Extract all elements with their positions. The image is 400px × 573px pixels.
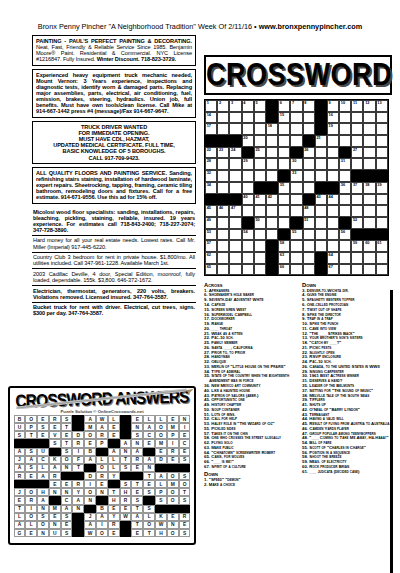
puzzle-cell: [339, 240, 351, 252]
solution-cell: E: [179, 431, 191, 439]
clue-number: 8: [304, 101, 306, 105]
clue-number: 29: [243, 159, 247, 163]
solution-cell: T: [131, 505, 143, 513]
puzzle-cell: [351, 112, 363, 124]
puzzle-cell: 25: [254, 147, 266, 159]
puzzle-cell: [217, 158, 229, 170]
solution-black-cell: [25, 480, 37, 488]
newspaper-page: Bronx Penny Pincher "A Neighborhood Trad…: [0, 0, 400, 573]
solution-cell: S: [14, 431, 26, 439]
clue: 2. Make a choice: [204, 483, 294, 488]
puzzle-black-cell: [266, 100, 278, 112]
clue-number: 56: [341, 230, 345, 234]
clue-number: 54: [243, 230, 247, 234]
solution-cell: E: [25, 529, 37, 537]
clue-number: 42: [268, 195, 272, 199]
puzzle-cell: [327, 229, 339, 241]
puzzle-cell: [229, 158, 241, 170]
solution-cell: A: [37, 472, 49, 480]
puzzle-cell: 19: [327, 123, 339, 135]
solution-cell: K: [155, 513, 167, 521]
puzzle-cell: [303, 123, 315, 135]
solution-cell: L: [108, 456, 120, 464]
puzzle-cell: 37: [351, 182, 363, 194]
puzzle-black-cell: [266, 252, 278, 264]
solution-black-cell: [72, 472, 84, 480]
puzzle-cell: 26: [303, 147, 315, 159]
puzzle-black-cell: [315, 264, 327, 276]
puzzle-cell: [376, 194, 388, 206]
puzzle-cell: 4: [242, 100, 254, 112]
puzzle-cell: [217, 217, 229, 229]
puzzle-black-cell: [205, 135, 217, 147]
puzzle-cell: [339, 123, 351, 135]
clue-number: 22: [207, 148, 211, 152]
puzzle-cell: 13: [376, 100, 388, 112]
puzzle-black-cell: [327, 182, 339, 194]
solution-cell: O: [155, 431, 167, 439]
clue-number: 17: [207, 124, 211, 128]
solution-cell: E: [108, 431, 120, 439]
solution-cell: T: [131, 480, 143, 488]
puzzle-cell: 2: [217, 100, 229, 112]
puzzle-black-cell: [290, 217, 302, 229]
solution-cell: E: [61, 480, 73, 488]
clue-number: 9: [329, 101, 331, 105]
solution-cell: S: [179, 496, 191, 504]
clues-right-column: Down3. Denver-to-Wichita dir.4. Guns the…: [302, 280, 392, 487]
classified-ad: Hard money for all your real estate need…: [32, 236, 196, 253]
puzzle-cell: [363, 252, 375, 264]
puzzle-cell: [254, 205, 266, 217]
solution-cell: S: [61, 513, 73, 521]
puzzle-cell: [363, 158, 375, 170]
puzzle-cell: [217, 112, 229, 124]
puzzle-cell: [242, 252, 254, 264]
solution-cell: U: [49, 529, 61, 537]
clue-number: 34: [207, 183, 211, 187]
solution-black-cell: [84, 505, 96, 513]
clue-number: 49: [207, 218, 211, 222]
solution-cell: N: [131, 423, 143, 431]
page-header: Bronx Penny Pincher "A Neighborhood Trad…: [0, 22, 400, 31]
solution-cell: C: [61, 496, 73, 504]
solution-cell: E: [108, 423, 120, 431]
clue-number: 37: [353, 183, 357, 187]
solution-black-cell: [37, 439, 49, 447]
solution-cell: A: [14, 464, 26, 472]
puzzle-cell: 62: [205, 252, 217, 264]
solution-cell: N: [120, 448, 132, 456]
clue-number: 20: [243, 136, 247, 140]
crossword-answers-box: CROSSWORD ANSWERS Puzzle Solution © Onli…: [8, 386, 196, 545]
puzzle-cell: [315, 240, 327, 252]
solution-black-cell: [84, 464, 96, 472]
solution-cell: N: [61, 488, 73, 496]
solution-cell: O: [167, 488, 179, 496]
puzzle-black-cell: [303, 135, 315, 147]
solution-cell: N: [72, 505, 84, 513]
puzzle-cell: [351, 252, 363, 264]
puzzle-cell: [363, 264, 375, 276]
puzzle-cell: [229, 217, 241, 229]
solution-cell: S: [25, 464, 37, 472]
solution-cell: T: [120, 456, 132, 464]
puzzle-cell: 64: [327, 252, 339, 264]
puzzle-cell: [303, 112, 315, 124]
puzzle-cell: [266, 217, 278, 229]
solution-cell: B: [14, 415, 26, 423]
solution-black-cell: [120, 529, 132, 537]
puzzle-cell: [254, 112, 266, 124]
solution-cell: T: [72, 464, 84, 472]
solution-cell: E: [179, 448, 191, 456]
puzzle-cell: 34: [205, 182, 217, 194]
crossword-column: CROSSWORD 123456789101112131415161718192…: [204, 55, 392, 488]
solution-cell: I: [96, 521, 108, 529]
puzzle-black-cell: [376, 229, 388, 241]
solution-cell: B: [84, 448, 96, 456]
puzzle-cell: 31: [339, 158, 351, 170]
puzzle-black-cell: [339, 217, 351, 229]
clues-area: Across1. Afrikaners6. Shoemaker's hole m…: [204, 280, 392, 487]
solution-cell: S: [155, 496, 167, 504]
classified-ad: TRUCK DRIVER WANTED FOR IMMEDIATE OPENIN…: [32, 121, 196, 164]
puzzle-cell: 9: [327, 100, 339, 112]
clue-number: 63: [280, 253, 284, 257]
puzzle-cell: [254, 264, 266, 276]
solution-cell: O: [143, 521, 155, 529]
puzzle-cell: [327, 240, 339, 252]
puzzle-black-cell: [217, 194, 229, 206]
solution-cell: U: [14, 423, 26, 431]
solution-cell: I: [72, 448, 84, 456]
puzzle-cell: [303, 170, 315, 182]
clue-number: 66: [280, 265, 284, 269]
puzzle-black-cell: [351, 229, 363, 241]
solution-cell: A: [155, 472, 167, 480]
solution-black-cell: [155, 505, 167, 513]
clue-number: 53: [207, 230, 211, 234]
clue-number: 48: [304, 206, 308, 210]
solution-cell: W: [96, 415, 108, 423]
puzzle-cell: 41: [254, 194, 266, 206]
solution-cell: H: [37, 488, 49, 496]
solution-cell: A: [25, 456, 37, 464]
solution-black-cell: [167, 505, 179, 513]
clue-number: 5: [255, 101, 257, 105]
clue-number: 52: [353, 218, 357, 222]
solution-cell: E: [167, 456, 179, 464]
solution-cell: A: [84, 456, 96, 464]
solution-cell: O: [167, 472, 179, 480]
puzzle-black-cell: [205, 194, 217, 206]
puzzle-cell: 27: [351, 147, 363, 159]
solution-cell: S: [120, 480, 132, 488]
puzzle-cell: 17: [205, 123, 217, 135]
puzzle-black-cell: [351, 170, 363, 182]
clue-number: 30: [292, 159, 296, 163]
solution-cell: T: [61, 439, 73, 447]
puzzle-cell: 15: [278, 112, 290, 124]
solution-cell: N: [131, 439, 143, 447]
puzzle-cell: 47: [229, 205, 241, 217]
puzzle-cell: 55: [290, 229, 302, 241]
puzzle-cell: [290, 112, 302, 124]
solution-cell: L: [37, 464, 49, 472]
solution-black-cell: [120, 472, 132, 480]
solution-cell: L: [155, 415, 167, 423]
solution-black-cell: [155, 464, 167, 472]
solution-cell: C: [143, 431, 155, 439]
solution-cell: A: [108, 448, 120, 456]
clue-number: 67: [329, 265, 333, 269]
solution-cell: I: [84, 480, 96, 488]
solution-cell: R: [72, 439, 84, 447]
solution-cell: D: [155, 456, 167, 464]
puzzle-cell: [315, 158, 327, 170]
solution-black-cell: [25, 439, 37, 447]
clue-number: 65: [207, 265, 211, 269]
ad-text: Electrician, thermostat, generators, 220…: [33, 288, 195, 300]
solution-black-cell: [72, 529, 84, 537]
crossword-title: CROSSWORD: [206, 59, 390, 91]
puzzle-black-cell: [278, 170, 290, 182]
solution-cell: I: [167, 439, 179, 447]
puzzle-cell: [363, 205, 375, 217]
ad-text: Experienced heavy equipment truck mechan…: [36, 72, 192, 115]
solution-cell: A: [72, 496, 84, 504]
puzzle-cell: [315, 147, 327, 159]
solution-cell: O: [37, 521, 49, 529]
solution-cell: M: [167, 480, 179, 488]
puzzle-cell: [254, 240, 266, 252]
solution-black-cell: [120, 431, 132, 439]
puzzle-cell: [363, 194, 375, 206]
clue-number: 21: [316, 136, 320, 140]
puzzle-cell: [278, 123, 290, 135]
puzzle-black-cell: [217, 135, 229, 147]
solution-cell: D: [72, 431, 84, 439]
clue-number: 26: [304, 148, 308, 152]
clue-number: 35: [280, 183, 284, 187]
puzzle-cell: [339, 135, 351, 147]
puzzle-black-cell: [315, 182, 327, 194]
clue-number: 36: [341, 183, 345, 187]
puzzle-cell: [303, 229, 315, 241]
clue-number: 64: [329, 253, 333, 257]
solution-cell: S: [131, 431, 143, 439]
solution-cell: Y: [108, 472, 120, 480]
puzzle-cell: [303, 240, 315, 252]
clue-number: 16: [329, 113, 333, 117]
clues-left-column: Across1. Afrikaners6. Shoemaker's hole m…: [204, 280, 294, 487]
solution-cell: O: [61, 456, 73, 464]
puzzle-black-cell: [363, 170, 375, 182]
puzzle-cell: [315, 170, 327, 182]
puzzle-cell: 63: [278, 252, 290, 264]
classified-ad: 2003 Cadillac Deville, 4 door, Special E…: [32, 269, 196, 286]
puzzle-cell: 58: [278, 240, 290, 252]
solution-cell: E: [108, 529, 120, 537]
puzzle-cell: [254, 123, 266, 135]
puzzle-cell: [242, 182, 254, 194]
ad-text: Micolosi wood floor specialists: sanding…: [33, 209, 195, 233]
puzzle-cell: [242, 170, 254, 182]
classifieds-column: PAINTING - PAUL'S PERFECT PAINTING & DEC…: [32, 35, 196, 318]
puzzle-black-cell: [315, 123, 327, 135]
solution-black-cell: [14, 439, 26, 447]
solution-cell: S: [25, 448, 37, 456]
solution-cell: G: [14, 529, 26, 537]
puzzle-cell: [278, 135, 290, 147]
solution-cell: S: [49, 439, 61, 447]
solution-cell: L: [143, 513, 155, 521]
puzzle-cell: [315, 229, 327, 241]
solution-cell: E: [143, 439, 155, 447]
solution-cell: M: [155, 439, 167, 447]
clue: 61. ___ judicata (decided case): [302, 470, 392, 475]
puzzle-black-cell: [266, 240, 278, 252]
puzzle-cell: 60: [363, 240, 375, 252]
solution-cell: R: [14, 472, 26, 480]
solution-cell: R: [49, 472, 61, 480]
puzzle-cell: 22: [205, 147, 217, 159]
classified-ad: Micolosi wood floor specialists: sanding…: [32, 207, 196, 236]
puzzle-cell: [351, 264, 363, 276]
puzzle-cell: [327, 205, 339, 217]
puzzle-black-cell: [290, 147, 302, 159]
solution-cell: M: [167, 423, 179, 431]
puzzle-cell: 23: [217, 147, 229, 159]
puzzle-black-cell: [339, 147, 351, 159]
clue-number: 41: [255, 195, 259, 199]
solution-black-cell: [72, 521, 84, 529]
puzzle-cell: 16: [327, 112, 339, 124]
puzzle-cell: [376, 112, 388, 124]
puzzle-cell: [290, 194, 302, 206]
solution-cell: Y: [108, 513, 120, 521]
puzzle-cell: [290, 182, 302, 194]
puzzle-cell: 38: [363, 182, 375, 194]
solution-cell: A: [96, 423, 108, 431]
clue-number: 33: [292, 171, 296, 175]
puzzle-black-cell: [266, 264, 278, 276]
clue-number: 51: [304, 218, 308, 222]
puzzle-cell: [242, 240, 254, 252]
puzzle-black-cell: [303, 194, 315, 206]
solution-cell: S: [179, 472, 191, 480]
solution-cell: S: [61, 415, 73, 423]
puzzle-cell: 46: [217, 205, 229, 217]
puzzle-cell: [229, 229, 241, 241]
puzzle-black-cell: [315, 252, 327, 264]
puzzle-cell: 59: [351, 240, 363, 252]
solution-cell: S: [143, 488, 155, 496]
puzzle-cell: [266, 229, 278, 241]
solution-cell: W: [84, 529, 96, 537]
puzzle-black-cell: [242, 217, 254, 229]
ad-text: PAINTING - PAUL'S PERFECT PAINTING & DEC…: [36, 38, 192, 44]
solution-black-cell: [108, 439, 120, 447]
puzzle-cell: [217, 229, 229, 241]
solution-cell: S: [179, 529, 191, 537]
puzzle-black-cell: [376, 170, 388, 182]
clue-number: 62: [207, 253, 211, 257]
puzzle-cell: 8: [303, 100, 315, 112]
puzzle-black-cell: [278, 229, 290, 241]
solution-cell: O: [96, 464, 108, 472]
solution-cell: E: [37, 415, 49, 423]
puzzle-cell: 49: [205, 217, 217, 229]
solution-cell: E: [49, 480, 61, 488]
puzzle-cell: 42: [266, 194, 278, 206]
solution-black-cell: [49, 448, 61, 456]
solution-cell: R: [96, 472, 108, 480]
clue-number: 10: [341, 101, 345, 105]
clue-number: 57: [207, 241, 211, 245]
puzzle-cell: [376, 123, 388, 135]
solution-cell: R: [131, 456, 143, 464]
puzzle-cell: [242, 205, 254, 217]
puzzle-cell: [376, 158, 388, 170]
solution-cell: T: [61, 423, 73, 431]
puzzle-cell: 30: [290, 158, 302, 170]
solution-cell: E: [37, 431, 49, 439]
solution-cell: H: [108, 496, 120, 504]
solution-cell: A: [120, 439, 132, 447]
clue-number: 1: [207, 101, 209, 105]
solution-cell: C: [179, 439, 191, 447]
puzzle-cell: [278, 194, 290, 206]
ad-text: Country Club 3 bedroom for rent in priva…: [33, 254, 195, 266]
puzzle-black-cell: [266, 112, 278, 124]
puzzle-cell: [278, 217, 290, 229]
puzzle-black-cell: [315, 112, 327, 124]
solution-cell: O: [167, 529, 179, 537]
clue-number: 40: [243, 195, 247, 199]
solution-grid: BOERSAWLELLENUPSETMAENAOMISTEVEDORESCOPE…: [14, 415, 191, 537]
crossword-title-box: CROSSWORD: [204, 55, 392, 95]
puzzle-cell: [229, 264, 241, 276]
solution-cell: L: [25, 521, 37, 529]
solution-cell: R: [25, 496, 37, 504]
puzzle-cell: 29: [242, 158, 254, 170]
clue-number: 55: [292, 230, 296, 234]
clue-number: 50: [255, 218, 259, 222]
solution-cell: R: [49, 415, 61, 423]
puzzle-cell: 67: [327, 264, 339, 276]
clue-number: 60: [365, 241, 369, 245]
puzzle-cell: [266, 170, 278, 182]
solution-black-cell: [131, 472, 143, 480]
solution-cell: P: [25, 423, 37, 431]
solution-cell: E: [131, 415, 143, 423]
solution-cell: V: [49, 431, 61, 439]
solution-cell: E: [49, 423, 61, 431]
clue-number: 14: [207, 113, 211, 117]
puzzle-cell: 65: [205, 264, 217, 276]
classified-ad: PAINTING - PAUL'S PERFECT PAINTING & DEC…: [32, 35, 196, 66]
clue-number: 7: [292, 101, 294, 105]
puzzle-cell: [229, 240, 241, 252]
clue-number: 24: [231, 148, 235, 152]
puzzle-cell: [242, 112, 254, 124]
clue-number: 27: [353, 148, 357, 152]
solution-cell: E: [108, 505, 120, 513]
puzzle-cell: [339, 205, 351, 217]
puzzle-cell: [376, 205, 388, 217]
